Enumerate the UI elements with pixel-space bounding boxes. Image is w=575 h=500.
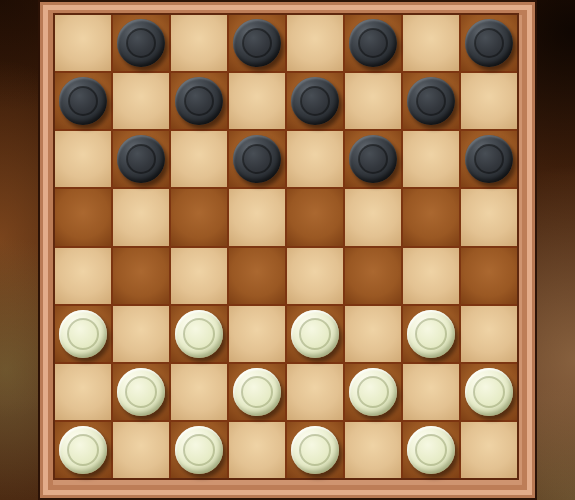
dark-piece[interactable] xyxy=(349,19,397,67)
square-18[interactable] xyxy=(229,248,285,304)
checkers-board xyxy=(38,0,537,500)
light-square xyxy=(287,364,343,420)
background xyxy=(0,0,575,500)
light-square xyxy=(287,131,343,187)
light-piece[interactable] xyxy=(407,310,455,358)
dark-piece[interactable] xyxy=(233,19,281,67)
square-27[interactable] xyxy=(345,364,401,420)
light-square xyxy=(229,73,285,129)
square-3[interactable] xyxy=(345,15,401,71)
light-square xyxy=(229,306,285,362)
square-21[interactable] xyxy=(55,306,111,362)
light-square xyxy=(345,306,401,362)
light-square xyxy=(171,364,227,420)
light-square xyxy=(55,131,111,187)
light-piece[interactable] xyxy=(175,426,223,474)
light-square xyxy=(113,422,169,478)
light-square xyxy=(461,306,517,362)
light-piece[interactable] xyxy=(407,426,455,474)
light-piece[interactable] xyxy=(59,426,107,474)
square-19[interactable] xyxy=(345,248,401,304)
light-square xyxy=(171,15,227,71)
square-20[interactable] xyxy=(461,248,517,304)
light-square xyxy=(55,248,111,304)
square-10[interactable] xyxy=(229,131,285,187)
square-17[interactable] xyxy=(113,248,169,304)
square-5[interactable] xyxy=(55,73,111,129)
square-11[interactable] xyxy=(345,131,401,187)
dark-piece[interactable] xyxy=(59,77,107,125)
light-square xyxy=(113,73,169,129)
square-13[interactable] xyxy=(55,189,111,245)
light-square xyxy=(229,422,285,478)
light-square xyxy=(171,131,227,187)
square-14[interactable] xyxy=(171,189,227,245)
square-31[interactable] xyxy=(287,422,343,478)
dark-piece[interactable] xyxy=(291,77,339,125)
square-4[interactable] xyxy=(461,15,517,71)
light-piece[interactable] xyxy=(59,310,107,358)
square-12[interactable] xyxy=(461,131,517,187)
light-square xyxy=(345,422,401,478)
dark-piece[interactable] xyxy=(349,135,397,183)
light-piece[interactable] xyxy=(117,368,165,416)
square-9[interactable] xyxy=(113,131,169,187)
light-square xyxy=(403,248,459,304)
light-square xyxy=(461,73,517,129)
board-grid xyxy=(53,13,519,480)
light-square xyxy=(461,189,517,245)
square-22[interactable] xyxy=(171,306,227,362)
light-piece[interactable] xyxy=(349,368,397,416)
light-square xyxy=(113,306,169,362)
dark-piece[interactable] xyxy=(117,135,165,183)
light-square xyxy=(403,131,459,187)
square-28[interactable] xyxy=(461,364,517,420)
dark-piece[interactable] xyxy=(465,19,513,67)
dark-piece[interactable] xyxy=(117,19,165,67)
square-1[interactable] xyxy=(113,15,169,71)
square-8[interactable] xyxy=(403,73,459,129)
light-square xyxy=(403,15,459,71)
light-square xyxy=(461,422,517,478)
dark-piece[interactable] xyxy=(407,77,455,125)
light-square xyxy=(287,15,343,71)
square-32[interactable] xyxy=(403,422,459,478)
light-square xyxy=(229,189,285,245)
square-26[interactable] xyxy=(229,364,285,420)
dark-piece[interactable] xyxy=(233,135,281,183)
square-24[interactable] xyxy=(403,306,459,362)
light-piece[interactable] xyxy=(291,310,339,358)
square-16[interactable] xyxy=(403,189,459,245)
light-piece[interactable] xyxy=(291,426,339,474)
square-15[interactable] xyxy=(287,189,343,245)
light-square xyxy=(55,364,111,420)
light-piece[interactable] xyxy=(465,368,513,416)
square-25[interactable] xyxy=(113,364,169,420)
light-square xyxy=(345,73,401,129)
light-square xyxy=(171,248,227,304)
square-30[interactable] xyxy=(171,422,227,478)
square-6[interactable] xyxy=(171,73,227,129)
light-piece[interactable] xyxy=(175,310,223,358)
light-square xyxy=(113,189,169,245)
light-square xyxy=(55,15,111,71)
square-29[interactable] xyxy=(55,422,111,478)
square-2[interactable] xyxy=(229,15,285,71)
light-square xyxy=(403,364,459,420)
light-piece[interactable] xyxy=(233,368,281,416)
dark-piece[interactable] xyxy=(175,77,223,125)
light-square xyxy=(345,189,401,245)
dark-piece[interactable] xyxy=(465,135,513,183)
square-23[interactable] xyxy=(287,306,343,362)
light-square xyxy=(287,248,343,304)
square-7[interactable] xyxy=(287,73,343,129)
